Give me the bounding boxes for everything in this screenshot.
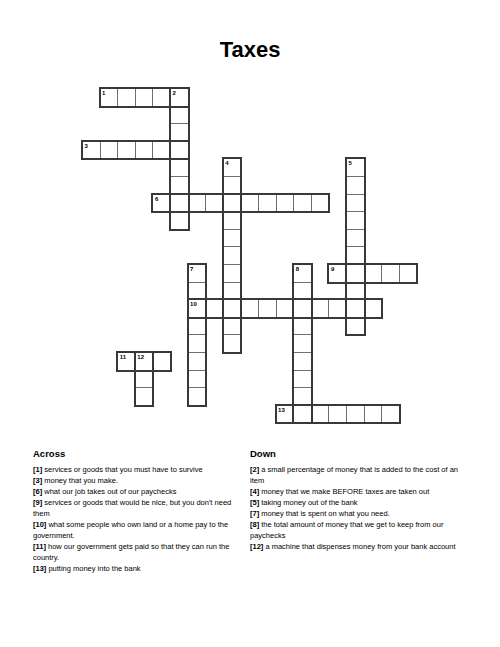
- grid-cell[interactable]: [170, 106, 189, 125]
- grid-cell[interactable]: [223, 158, 242, 177]
- clue-number: [2]: [250, 465, 259, 474]
- grid-cell[interactable]: [276, 299, 295, 318]
- clue-text: the total amount of money that we get to…: [250, 520, 443, 540]
- clue-item: [2] a small percentage of money that is …: [250, 464, 462, 486]
- grid-cell[interactable]: [117, 352, 136, 371]
- grid-cell[interactable]: [152, 352, 171, 371]
- clue-item: [13] putting money into the bank: [33, 563, 245, 574]
- grid-cell[interactable]: [240, 194, 259, 213]
- grid-cell[interactable]: [170, 158, 189, 177]
- grid-cell[interactable]: [346, 194, 365, 213]
- clue-text: taking money out of the bank: [259, 498, 357, 507]
- grid-cell[interactable]: [205, 194, 224, 213]
- grid-cell[interactable]: [223, 229, 242, 248]
- grid-cell[interactable]: [135, 352, 154, 371]
- grid-cell[interactable]: [135, 387, 154, 406]
- grid-cell[interactable]: [170, 88, 189, 107]
- grid-cell[interactable]: [293, 370, 312, 389]
- grid-cell[interactable]: [188, 299, 207, 318]
- across-clue-list: [1] services or goods that you must have…: [33, 464, 245, 574]
- clue-number: [7]: [250, 509, 259, 518]
- grid-cell[interactable]: [399, 264, 418, 283]
- grid-cell[interactable]: [346, 317, 365, 336]
- puzzle-title: Taxes: [0, 37, 500, 63]
- grid-cell[interactable]: [170, 141, 189, 160]
- grid-cell[interactable]: [293, 264, 312, 283]
- grid-cell[interactable]: [293, 387, 312, 406]
- grid-cell[interactable]: [223, 211, 242, 230]
- grid-cell[interactable]: [188, 370, 207, 389]
- grid-cell[interactable]: [328, 299, 347, 318]
- grid-cell[interactable]: [170, 194, 189, 213]
- grid-cell[interactable]: [346, 211, 365, 230]
- grid-cell[interactable]: [328, 405, 347, 424]
- across-clues-section: Across [1] services or goods that you mu…: [33, 448, 245, 574]
- grid-cell[interactable]: [276, 405, 295, 424]
- grid-cell[interactable]: [100, 141, 119, 160]
- grid-cell[interactable]: [293, 352, 312, 371]
- clue-item: [8] the total amount of money that we ge…: [250, 519, 462, 541]
- grid-cell[interactable]: [152, 88, 171, 107]
- clue-item: [6] what our job takes out of our payche…: [33, 486, 245, 497]
- clue-number: [10]: [33, 520, 46, 529]
- clue-item: [9] services or goods that would be nice…: [33, 497, 245, 519]
- clue-number: [8]: [250, 520, 259, 529]
- grid-cell[interactable]: [100, 88, 119, 107]
- grid-cell[interactable]: [346, 282, 365, 301]
- grid-cell[interactable]: [258, 299, 277, 318]
- grid-cell[interactable]: [293, 334, 312, 353]
- clue-text: how our government gets paid so that the…: [33, 542, 229, 562]
- grid-cell[interactable]: [258, 194, 277, 213]
- grid-cell[interactable]: [170, 123, 189, 142]
- grid-cell[interactable]: [346, 405, 365, 424]
- clue-item: [12] a machine that dispenses money from…: [250, 541, 462, 552]
- grid-cell[interactable]: [293, 194, 312, 213]
- clue-item: [3] money that you make.: [33, 475, 245, 486]
- grid-cell[interactable]: [223, 194, 242, 213]
- clue-number: [12]: [250, 542, 263, 551]
- grid-cell[interactable]: [364, 299, 383, 318]
- grid-cell[interactable]: [346, 176, 365, 195]
- down-clues-section: Down [2] a small percentage of money tha…: [250, 448, 462, 552]
- grid-cell[interactable]: [223, 282, 242, 301]
- clue-item: [4] money that we make BEFORE taxes are …: [250, 486, 462, 497]
- crossword-grid: 12345678910111213: [82, 88, 418, 424]
- grid-cell[interactable]: [117, 88, 136, 107]
- clue-number: [6]: [33, 487, 42, 496]
- grid-cell[interactable]: [223, 264, 242, 283]
- clue-number: [1]: [33, 465, 42, 474]
- grid-cell[interactable]: [188, 194, 207, 213]
- clue-number: [4]: [250, 487, 259, 496]
- clue-text: services or goods that you must have to …: [42, 465, 203, 474]
- grid-cell[interactable]: [152, 194, 171, 213]
- grid-cell[interactable]: [152, 141, 171, 160]
- clue-item: [10] what some people who own land or a …: [33, 519, 245, 541]
- grid-cell[interactable]: [82, 141, 101, 160]
- clue-number: [13]: [33, 564, 46, 573]
- grid-cell[interactable]: [346, 246, 365, 265]
- clue-text: putting money into the bank: [46, 564, 140, 573]
- grid-cell[interactable]: [135, 370, 154, 389]
- grid-cell[interactable]: [188, 387, 207, 406]
- clue-text: a small percentage of money that is adde…: [250, 465, 458, 485]
- grid-cell[interactable]: [381, 264, 400, 283]
- grid-cell[interactable]: [364, 405, 383, 424]
- grid-cell[interactable]: [223, 176, 242, 195]
- grid-cell[interactable]: [311, 405, 330, 424]
- grid-cell[interactable]: [293, 405, 312, 424]
- grid-cell[interactable]: [293, 317, 312, 336]
- clue-text: what our job takes out of our paychecks: [42, 487, 176, 496]
- grid-cell[interactable]: [346, 299, 365, 318]
- grid-cell[interactable]: [346, 158, 365, 177]
- grid-cell[interactable]: [188, 264, 207, 283]
- clue-text: a machine that dispenses money from your…: [263, 542, 455, 551]
- clue-text: what some people who own land or a home …: [33, 520, 228, 540]
- grid-cell[interactable]: [117, 141, 136, 160]
- grid-cell[interactable]: [188, 334, 207, 353]
- clue-number: [11]: [33, 542, 46, 551]
- clue-text: services or goods that would be nice, bu…: [33, 498, 231, 518]
- grid-cell[interactable]: [188, 317, 207, 336]
- grid-cell[interactable]: [328, 264, 347, 283]
- grid-cell[interactable]: [135, 141, 154, 160]
- grid-cell[interactable]: [240, 299, 259, 318]
- grid-cell[interactable]: [364, 264, 383, 283]
- clue-text: money that is spent on what you need.: [259, 509, 390, 518]
- clue-text: money that you make.: [42, 476, 118, 485]
- grid-cell[interactable]: [223, 317, 242, 336]
- clue-item: [5] taking money out of the bank: [250, 497, 462, 508]
- grid-cell[interactable]: [170, 211, 189, 230]
- grid-cell[interactable]: [311, 299, 330, 318]
- clue-text: money that we make BEFORE taxes are take…: [259, 487, 429, 496]
- clue-item: [1] services or goods that you must have…: [33, 464, 245, 475]
- across-header: Across: [33, 448, 245, 459]
- grid-cell[interactable]: [346, 229, 365, 248]
- grid-cell[interactable]: [276, 194, 295, 213]
- clue-number: [5]: [250, 498, 259, 507]
- grid-cell[interactable]: [205, 299, 224, 318]
- grid-cell[interactable]: [381, 405, 400, 424]
- down-header: Down: [250, 448, 462, 459]
- grid-cell[interactable]: [170, 176, 189, 195]
- clue-number: [3]: [33, 476, 42, 485]
- grid-cell[interactable]: [311, 194, 330, 213]
- clue-item: [11] how our government gets paid so tha…: [33, 541, 245, 563]
- grid-cell[interactable]: [223, 246, 242, 265]
- clue-item: [7] money that is spent on what you need…: [250, 508, 462, 519]
- grid-cell[interactable]: [188, 282, 207, 301]
- grid-cell[interactable]: [223, 334, 242, 353]
- grid-cell[interactable]: [135, 88, 154, 107]
- grid-cell[interactable]: [188, 352, 207, 371]
- down-clue-list: [2] a small percentage of money that is …: [250, 464, 462, 552]
- grid-cell[interactable]: [346, 264, 365, 283]
- grid-cell[interactable]: [293, 299, 312, 318]
- grid-cell[interactable]: [293, 282, 312, 301]
- grid-cell[interactable]: [223, 299, 242, 318]
- clue-number: [9]: [33, 498, 42, 507]
